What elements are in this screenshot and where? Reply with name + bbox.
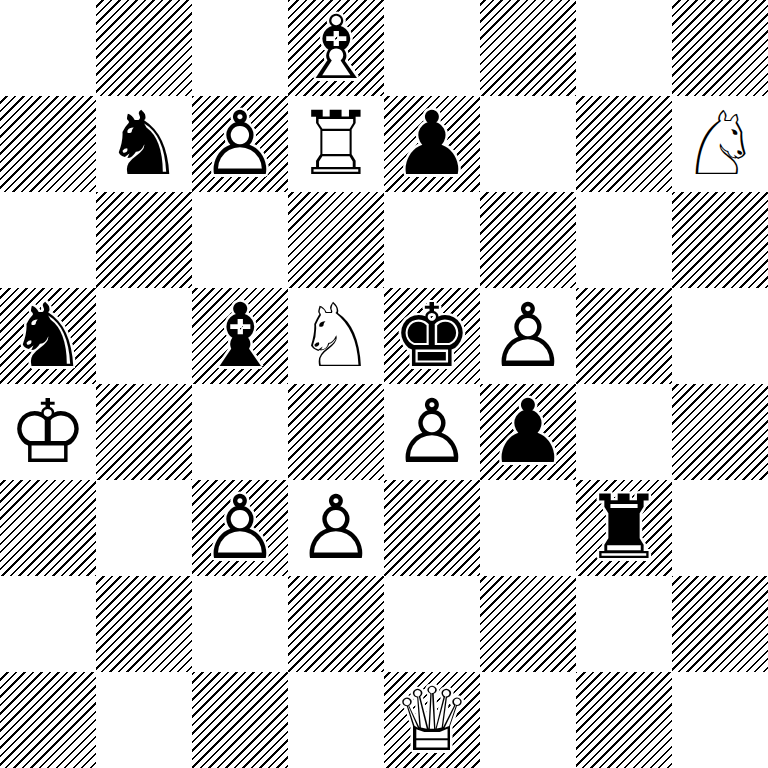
- square-f8[interactable]: [480, 0, 576, 96]
- square-f1[interactable]: [480, 672, 576, 768]
- square-b6[interactable]: [96, 192, 192, 288]
- square-c7[interactable]: ♙: [192, 96, 288, 192]
- black-pawn: ♟: [489, 388, 568, 476]
- square-d6[interactable]: [288, 192, 384, 288]
- square-d7[interactable]: ♖: [288, 96, 384, 192]
- black-rook: ♜: [585, 484, 664, 572]
- square-c8[interactable]: [192, 0, 288, 96]
- square-c3[interactable]: ♙: [192, 480, 288, 576]
- white-pawn: ♙: [297, 484, 376, 572]
- square-a1[interactable]: [0, 672, 96, 768]
- square-b7[interactable]: ♞: [96, 96, 192, 192]
- square-f4[interactable]: ♟: [480, 384, 576, 480]
- square-a6[interactable]: [0, 192, 96, 288]
- black-bishop: ♝: [201, 292, 280, 380]
- square-c4[interactable]: [192, 384, 288, 480]
- square-f7[interactable]: [480, 96, 576, 192]
- square-e7[interactable]: ♟: [384, 96, 480, 192]
- white-knight: ♘: [681, 100, 760, 188]
- square-e8[interactable]: [384, 0, 480, 96]
- square-d1[interactable]: [288, 672, 384, 768]
- black-pawn: ♟: [393, 100, 472, 188]
- square-h1[interactable]: [672, 672, 768, 768]
- square-e5[interactable]: ♚: [384, 288, 480, 384]
- black-knight: ♞: [105, 100, 184, 188]
- square-f5[interactable]: ♙: [480, 288, 576, 384]
- square-b3[interactable]: [96, 480, 192, 576]
- square-h6[interactable]: [672, 192, 768, 288]
- square-a2[interactable]: [0, 576, 96, 672]
- square-g1[interactable]: [576, 672, 672, 768]
- square-c1[interactable]: [192, 672, 288, 768]
- square-g2[interactable]: [576, 576, 672, 672]
- square-g7[interactable]: [576, 96, 672, 192]
- square-h2[interactable]: [672, 576, 768, 672]
- square-b5[interactable]: [96, 288, 192, 384]
- square-b1[interactable]: [96, 672, 192, 768]
- square-h4[interactable]: [672, 384, 768, 480]
- square-g4[interactable]: [576, 384, 672, 480]
- square-b8[interactable]: [96, 0, 192, 96]
- square-h3[interactable]: [672, 480, 768, 576]
- white-pawn: ♙: [393, 388, 472, 476]
- square-b4[interactable]: [96, 384, 192, 480]
- white-knight: ♘: [297, 292, 376, 380]
- square-d4[interactable]: [288, 384, 384, 480]
- white-pawn: ♙: [201, 484, 280, 572]
- square-f3[interactable]: [480, 480, 576, 576]
- square-a7[interactable]: [0, 96, 96, 192]
- white-king: ♔: [9, 388, 88, 476]
- white-pawn: ♙: [201, 100, 280, 188]
- square-g3[interactable]: ♜: [576, 480, 672, 576]
- white-queen: ♕: [393, 676, 472, 764]
- square-f2[interactable]: [480, 576, 576, 672]
- square-e3[interactable]: [384, 480, 480, 576]
- square-g5[interactable]: [576, 288, 672, 384]
- square-e1[interactable]: ♕: [384, 672, 480, 768]
- square-a3[interactable]: [0, 480, 96, 576]
- black-king: ♚: [393, 292, 472, 380]
- square-g8[interactable]: [576, 0, 672, 96]
- square-d5[interactable]: ♘: [288, 288, 384, 384]
- square-h8[interactable]: [672, 0, 768, 96]
- white-bishop: ♗: [297, 4, 376, 92]
- white-rook: ♖: [297, 100, 376, 188]
- square-d2[interactable]: [288, 576, 384, 672]
- square-f6[interactable]: [480, 192, 576, 288]
- square-e6[interactable]: [384, 192, 480, 288]
- square-c2[interactable]: [192, 576, 288, 672]
- square-c5[interactable]: ♝: [192, 288, 288, 384]
- square-a5[interactable]: ♞: [0, 288, 96, 384]
- square-h5[interactable]: [672, 288, 768, 384]
- square-a4[interactable]: ♔: [0, 384, 96, 480]
- square-e2[interactable]: [384, 576, 480, 672]
- square-d8[interactable]: ♗: [288, 0, 384, 96]
- square-e4[interactable]: ♙: [384, 384, 480, 480]
- white-pawn: ♙: [489, 292, 568, 380]
- square-b2[interactable]: [96, 576, 192, 672]
- square-d3[interactable]: ♙: [288, 480, 384, 576]
- square-c6[interactable]: [192, 192, 288, 288]
- square-h7[interactable]: ♘: [672, 96, 768, 192]
- chess-board: ♗♞♙♖♟♘♞♝♘♚♙♔♙♟♙♙♜♕: [0, 0, 768, 768]
- black-knight: ♞: [9, 292, 88, 380]
- square-g6[interactable]: [576, 192, 672, 288]
- square-a8[interactable]: [0, 0, 96, 96]
